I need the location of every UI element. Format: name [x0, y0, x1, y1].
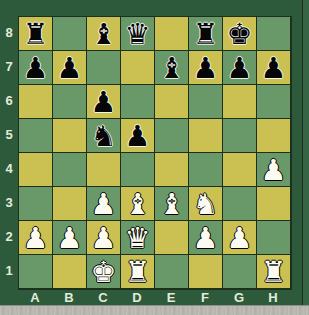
square-b1[interactable]: [53, 255, 87, 289]
file-label-c: C: [86, 290, 120, 305]
square-a5[interactable]: [19, 119, 53, 153]
piece-white-knight[interactable]: ♞: [193, 188, 219, 220]
rank-label-3: 3: [0, 186, 18, 220]
file-label-e: E: [154, 290, 188, 305]
piece-black-king[interactable]: ♚: [227, 18, 253, 50]
square-g6[interactable]: [223, 85, 257, 119]
square-f3[interactable]: ♞: [189, 187, 223, 221]
square-c4[interactable]: [87, 153, 121, 187]
square-h4[interactable]: ♟: [257, 153, 291, 187]
square-h8[interactable]: [257, 17, 291, 51]
piece-black-rook[interactable]: ♜: [23, 18, 49, 50]
square-b5[interactable]: [53, 119, 87, 153]
rank-label-5: 5: [0, 118, 18, 152]
piece-black-pawn[interactable]: ♟: [261, 52, 287, 84]
square-d1[interactable]: ♜: [121, 255, 155, 289]
square-e6[interactable]: [155, 85, 189, 119]
piece-black-queen[interactable]: ♛: [125, 18, 151, 50]
square-d7[interactable]: [121, 51, 155, 85]
rank-label-2: 2: [0, 220, 18, 254]
piece-black-pawn[interactable]: ♟: [227, 52, 253, 84]
piece-black-pawn[interactable]: ♟: [125, 120, 151, 152]
square-b4[interactable]: [53, 153, 87, 187]
piece-black-pawn[interactable]: ♟: [57, 52, 83, 84]
square-a1[interactable]: [19, 255, 53, 289]
square-c5[interactable]: ♞: [87, 119, 121, 153]
square-d6[interactable]: [121, 85, 155, 119]
square-d5[interactable]: ♟: [121, 119, 155, 153]
square-f7[interactable]: ♟: [189, 51, 223, 85]
piece-black-pawn[interactable]: ♟: [91, 86, 117, 118]
square-c3[interactable]: ♟: [87, 187, 121, 221]
square-d3[interactable]: ♝: [121, 187, 155, 221]
square-g4[interactable]: [223, 153, 257, 187]
square-g5[interactable]: [223, 119, 257, 153]
piece-black-pawn[interactable]: ♟: [193, 52, 219, 84]
square-b8[interactable]: [53, 17, 87, 51]
piece-white-bishop[interactable]: ♝: [159, 188, 185, 220]
square-b3[interactable]: [53, 187, 87, 221]
rank-label-4: 4: [0, 152, 18, 186]
file-label-d: D: [120, 290, 154, 305]
square-g1[interactable]: [223, 255, 257, 289]
square-a6[interactable]: [19, 85, 53, 119]
bottom-status-strip: [0, 305, 309, 315]
file-label-g: G: [222, 290, 256, 305]
file-label-f: F: [188, 290, 222, 305]
square-h7[interactable]: ♟: [257, 51, 291, 85]
square-h1[interactable]: ♜: [257, 255, 291, 289]
piece-white-queen[interactable]: ♛: [125, 222, 151, 254]
square-e4[interactable]: [155, 153, 189, 187]
square-h6[interactable]: [257, 85, 291, 119]
square-b6[interactable]: [53, 85, 87, 119]
square-e2[interactable]: [155, 221, 189, 255]
square-c2[interactable]: ♟: [87, 221, 121, 255]
square-a7[interactable]: ♟: [19, 51, 53, 85]
rank-label-1: 1: [0, 254, 18, 288]
square-e3[interactable]: ♝: [155, 187, 189, 221]
square-e5[interactable]: [155, 119, 189, 153]
square-c7[interactable]: [87, 51, 121, 85]
square-f2[interactable]: ♟: [189, 221, 223, 255]
window-edge-bevel: [302, 0, 309, 315]
square-a8[interactable]: ♜: [19, 17, 53, 51]
square-a2[interactable]: ♟: [19, 221, 53, 255]
file-label-a: A: [18, 290, 52, 305]
square-c8[interactable]: ♝: [87, 17, 121, 51]
square-a3[interactable]: [19, 187, 53, 221]
square-a4[interactable]: [19, 153, 53, 187]
piece-white-pawn[interactable]: ♟: [91, 188, 117, 220]
square-d4[interactable]: [121, 153, 155, 187]
piece-white-pawn[interactable]: ♟: [193, 222, 219, 254]
piece-black-knight[interactable]: ♞: [91, 120, 117, 152]
square-h2[interactable]: [257, 221, 291, 255]
piece-white-rook[interactable]: ♜: [261, 256, 287, 288]
square-d8[interactable]: ♛: [121, 17, 155, 51]
square-h5[interactable]: [257, 119, 291, 153]
square-e1[interactable]: [155, 255, 189, 289]
file-label-h: H: [256, 290, 290, 305]
square-e8[interactable]: [155, 17, 189, 51]
square-g2[interactable]: ♟: [223, 221, 257, 255]
square-f5[interactable]: [189, 119, 223, 153]
square-b7[interactable]: ♟: [53, 51, 87, 85]
square-f8[interactable]: ♜: [189, 17, 223, 51]
piece-white-pawn[interactable]: ♟: [227, 222, 253, 254]
piece-black-bishop[interactable]: ♝: [159, 52, 185, 84]
square-g8[interactable]: ♚: [223, 17, 257, 51]
rank-label-8: 8: [0, 16, 18, 50]
piece-black-pawn[interactable]: ♟: [23, 52, 49, 84]
square-f1[interactable]: [189, 255, 223, 289]
chess-window: ♜♝♛♜♚♟♟♝♟♟♟♟♞♟♟♟♝♝♞♟♟♟♛♟♟♚♜♜ 87654321 AB…: [0, 0, 309, 315]
piece-white-pawn[interactable]: ♟: [23, 222, 49, 254]
piece-black-bishop[interactable]: ♝: [91, 18, 117, 50]
chess-board: ♜♝♛♜♚♟♟♝♟♟♟♟♞♟♟♟♝♝♞♟♟♟♛♟♟♚♜♜: [18, 16, 292, 290]
square-g3[interactable]: [223, 187, 257, 221]
square-c6[interactable]: ♟: [87, 85, 121, 119]
piece-black-rook[interactable]: ♜: [193, 18, 219, 50]
square-f4[interactable]: [189, 153, 223, 187]
square-f6[interactable]: [189, 85, 223, 119]
rank-label-6: 6: [0, 84, 18, 118]
square-h3[interactable]: [257, 187, 291, 221]
piece-white-pawn[interactable]: ♟: [57, 222, 83, 254]
square-g7[interactable]: ♟: [223, 51, 257, 85]
square-b2[interactable]: ♟: [53, 221, 87, 255]
piece-white-king[interactable]: ♚: [91, 256, 117, 288]
piece-white-pawn[interactable]: ♟: [91, 222, 117, 254]
piece-white-bishop[interactable]: ♝: [125, 188, 151, 220]
rank-label-7: 7: [0, 50, 18, 84]
square-c1[interactable]: ♚: [87, 255, 121, 289]
square-e7[interactable]: ♝: [155, 51, 189, 85]
file-label-b: B: [52, 290, 86, 305]
square-d2[interactable]: ♛: [121, 221, 155, 255]
piece-white-rook[interactable]: ♜: [125, 256, 151, 288]
piece-white-pawn[interactable]: ♟: [261, 154, 287, 186]
